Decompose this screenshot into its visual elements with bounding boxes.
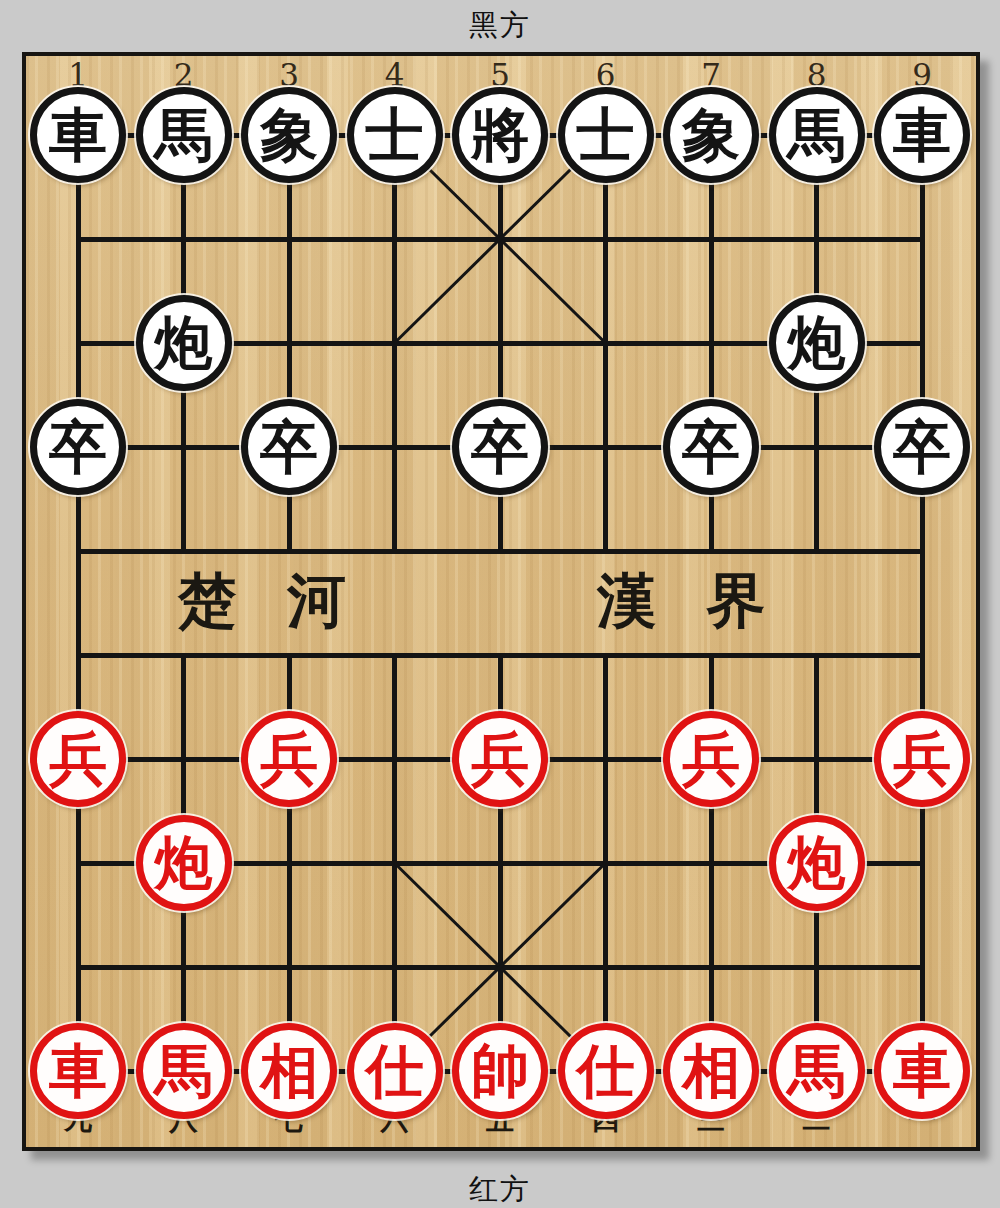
piece-red-soldier[interactable]: 兵 [452,711,548,807]
piece-red-general[interactable]: 帥 [452,1023,548,1119]
piece-black-chariot[interactable]: 車 [874,87,970,183]
piece-black-horse[interactable]: 馬 [136,87,232,183]
piece-red-soldier[interactable]: 兵 [874,711,970,807]
piece-black-soldier[interactable]: 卒 [30,399,126,495]
piece-red-chariot[interactable]: 車 [30,1023,126,1119]
piece-black-chariot[interactable]: 車 [30,87,126,183]
piece-red-cannon[interactable]: 炮 [136,815,232,911]
piece-black-advisor[interactable]: 士 [558,87,654,183]
river-char: 界 [706,562,765,642]
river-char: 漢 [597,562,656,642]
river-text-right: 漢界 [571,565,791,639]
piece-black-cannon[interactable]: 炮 [769,295,865,391]
piece-red-elephant[interactable]: 相 [663,1023,759,1119]
river-char: 河 [287,562,346,642]
piece-red-horse[interactable]: 馬 [769,1023,865,1119]
red-side-label: 红方 [0,1170,1000,1208]
piece-red-advisor[interactable]: 仕 [347,1023,443,1119]
piece-red-soldier[interactable]: 兵 [30,711,126,807]
piece-black-horse[interactable]: 馬 [769,87,865,183]
piece-black-soldier[interactable]: 卒 [452,399,548,495]
river-text-left: 楚河 [152,565,372,639]
xiangqi-board[interactable]: 楚河 漢界 123456789九八七六五四三二一車馬象士將士象馬車炮炮卒卒卒卒卒… [22,52,980,1151]
piece-red-horse[interactable]: 馬 [136,1023,232,1119]
piece-red-soldier[interactable]: 兵 [663,711,759,807]
black-side-label: 黑方 [0,6,1000,46]
piece-black-general[interactable]: 將 [452,87,548,183]
river-char: 楚 [178,562,237,642]
piece-black-elephant[interactable]: 象 [241,87,337,183]
piece-black-cannon[interactable]: 炮 [136,295,232,391]
piece-red-advisor[interactable]: 仕 [558,1023,654,1119]
piece-black-soldier[interactable]: 卒 [241,399,337,495]
piece-red-soldier[interactable]: 兵 [241,711,337,807]
piece-black-elephant[interactable]: 象 [663,87,759,183]
piece-black-soldier[interactable]: 卒 [663,399,759,495]
piece-red-chariot[interactable]: 車 [874,1023,970,1119]
piece-black-soldier[interactable]: 卒 [874,399,970,495]
piece-black-advisor[interactable]: 士 [347,87,443,183]
piece-red-cannon[interactable]: 炮 [769,815,865,911]
piece-red-elephant[interactable]: 相 [241,1023,337,1119]
